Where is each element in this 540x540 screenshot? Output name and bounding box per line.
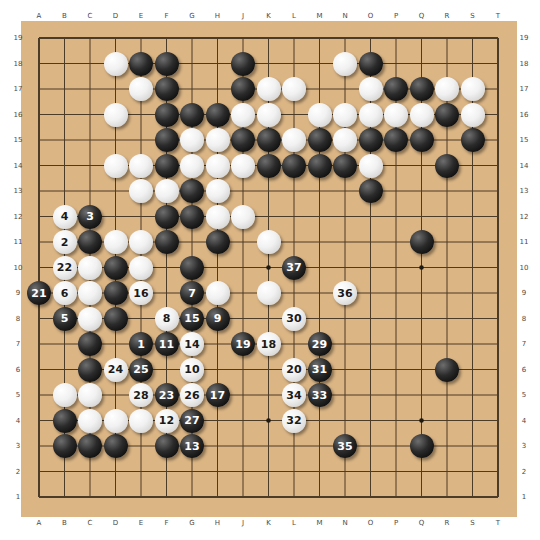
stone-black-P15[interactable] (384, 128, 408, 152)
stone-black-F7[interactable]: 11 (155, 332, 179, 356)
row-label-left-16: 16 (14, 111, 23, 119)
col-label-bottom-H: H (215, 519, 220, 527)
stone-white-H12[interactable] (206, 205, 230, 229)
stone-white-J16[interactable] (231, 103, 255, 127)
row-label-left-6: 6 (16, 366, 20, 374)
stone-black-C11[interactable] (78, 230, 102, 254)
stone-white-C5[interactable] (78, 383, 102, 407)
stone-white-L6[interactable]: 20 (282, 358, 306, 382)
col-label-bottom-F: F (164, 519, 168, 527)
stone-white-F4[interactable]: 12 (155, 409, 179, 433)
col-label-top-P: P (394, 12, 398, 20)
stone-black-F11[interactable] (155, 230, 179, 254)
stone-black-B8[interactable]: 5 (53, 307, 77, 331)
col-label-top-S: S (470, 12, 474, 20)
stone-black-G16[interactable] (180, 103, 204, 127)
stone-black-L10[interactable]: 37 (282, 256, 306, 280)
stone-white-E11[interactable] (129, 230, 153, 254)
row-label-left-4: 4 (16, 417, 20, 425)
row-label-left-13: 13 (14, 187, 23, 195)
stone-black-Q11[interactable] (410, 230, 434, 254)
stone-white-L15[interactable] (282, 128, 306, 152)
stone-white-S17[interactable] (461, 77, 485, 101)
stone-black-F18[interactable] (155, 52, 179, 76)
stone-black-R14[interactable] (435, 154, 459, 178)
stone-black-G10[interactable] (180, 256, 204, 280)
stone-white-H13[interactable] (206, 179, 230, 203)
col-label-top-O: O (368, 12, 374, 20)
row-label-right-6: 6 (522, 366, 526, 374)
row-label-right-15: 15 (520, 136, 529, 144)
stone-white-H15[interactable] (206, 128, 230, 152)
col-label-bottom-K: K (266, 519, 271, 527)
stone-black-C12[interactable]: 3 (78, 205, 102, 229)
stone-black-E6[interactable]: 25 (129, 358, 153, 382)
stone-white-P16[interactable] (384, 103, 408, 127)
stone-white-O14[interactable] (359, 154, 383, 178)
row-label-right-19: 19 (520, 34, 529, 42)
col-label-top-E: E (139, 12, 143, 20)
row-label-left-12: 12 (14, 213, 23, 221)
stone-black-R6[interactable] (435, 358, 459, 382)
stone-black-L14[interactable] (282, 154, 306, 178)
row-label-right-4: 4 (522, 417, 526, 425)
col-label-top-A: A (37, 12, 42, 20)
row-label-right-14: 14 (520, 162, 529, 170)
stone-white-E4[interactable] (129, 409, 153, 433)
col-label-bottom-L: L (292, 519, 296, 527)
stone-white-F8[interactable]: 8 (155, 307, 179, 331)
stone-black-C3[interactable] (78, 434, 102, 458)
col-label-bottom-A: A (37, 519, 42, 527)
stone-white-L8[interactable]: 30 (282, 307, 306, 331)
stone-black-P17[interactable] (384, 77, 408, 101)
col-label-bottom-Q: Q (419, 519, 425, 527)
stone-white-D6[interactable]: 24 (104, 358, 128, 382)
stone-black-G8[interactable]: 15 (180, 307, 204, 331)
stone-black-F5[interactable]: 23 (155, 383, 179, 407)
stone-black-B4[interactable] (53, 409, 77, 433)
stone-black-O13[interactable] (359, 179, 383, 203)
stone-white-H14[interactable] (206, 154, 230, 178)
stone-black-Q3[interactable] (410, 434, 434, 458)
stone-black-Q17[interactable] (410, 77, 434, 101)
stone-black-F15[interactable] (155, 128, 179, 152)
col-label-top-D: D (113, 12, 118, 20)
stone-white-D18[interactable] (104, 52, 128, 76)
stones-layer: 3372175159111192925312317332713354222616… (26, 25, 511, 510)
row-label-left-11: 11 (14, 238, 23, 246)
row-label-right-10: 10 (520, 264, 529, 272)
col-label-bottom-P: P (394, 519, 398, 527)
row-label-right-9: 9 (522, 289, 526, 297)
stone-black-M7[interactable]: 29 (308, 332, 332, 356)
col-label-bottom-B: B (62, 519, 67, 527)
row-label-left-17: 17 (14, 85, 23, 93)
stone-black-M6[interactable]: 31 (308, 358, 332, 382)
stone-white-L4[interactable]: 32 (282, 409, 306, 433)
stone-white-K9[interactable] (257, 281, 281, 305)
stone-black-D9[interactable] (104, 281, 128, 305)
col-label-top-T: T (496, 12, 500, 20)
row-label-right-12: 12 (520, 213, 529, 221)
stone-black-D3[interactable] (104, 434, 128, 458)
stone-white-C4[interactable] (78, 409, 102, 433)
col-label-top-M: M (316, 12, 322, 20)
col-label-top-L: L (292, 12, 296, 20)
stone-white-Q16[interactable] (410, 103, 434, 127)
stone-white-O16[interactable] (359, 103, 383, 127)
stone-black-M15[interactable] (308, 128, 332, 152)
stone-white-E14[interactable] (129, 154, 153, 178)
row-label-left-3: 3 (16, 442, 20, 450)
stone-black-C7[interactable] (78, 332, 102, 356)
row-label-right-3: 3 (522, 442, 526, 450)
stone-white-E5[interactable]: 28 (129, 383, 153, 407)
stone-black-A9[interactable]: 21 (27, 281, 51, 305)
row-label-right-11: 11 (520, 238, 529, 246)
stone-black-G12[interactable] (180, 205, 204, 229)
stone-black-N3[interactable]: 35 (333, 434, 357, 458)
stone-white-L5[interactable]: 34 (282, 383, 306, 407)
row-label-right-1: 1 (522, 493, 526, 501)
stone-black-J18[interactable] (231, 52, 255, 76)
stone-black-E7[interactable]: 1 (129, 332, 153, 356)
stone-black-E18[interactable] (129, 52, 153, 76)
stone-black-S15[interactable] (461, 128, 485, 152)
stone-black-O15[interactable] (359, 128, 383, 152)
stone-black-D10[interactable] (104, 256, 128, 280)
stone-white-K7[interactable]: 18 (257, 332, 281, 356)
row-label-left-15: 15 (14, 136, 23, 144)
row-label-left-2: 2 (16, 468, 20, 476)
stone-white-K17[interactable] (257, 77, 281, 101)
row-label-right-18: 18 (520, 60, 529, 68)
stone-white-B9[interactable]: 6 (53, 281, 77, 305)
stone-white-K11[interactable] (257, 230, 281, 254)
row-label-left-1: 1 (16, 493, 20, 501)
stone-black-F14[interactable] (155, 154, 179, 178)
col-label-top-N: N (342, 12, 347, 20)
row-label-right-2: 2 (522, 468, 526, 476)
stone-black-G9[interactable]: 7 (180, 281, 204, 305)
stone-white-O17[interactable] (359, 77, 383, 101)
stone-white-N16[interactable] (333, 103, 357, 127)
stone-black-F12[interactable] (155, 205, 179, 229)
stone-black-J7[interactable]: 19 (231, 332, 255, 356)
stone-black-H16[interactable] (206, 103, 230, 127)
stone-black-R16[interactable] (435, 103, 459, 127)
row-label-left-18: 18 (14, 60, 23, 68)
col-label-bottom-J: J (242, 519, 244, 527)
col-label-top-C: C (88, 12, 93, 20)
col-label-bottom-T: T (496, 519, 500, 527)
stone-black-C6[interactable] (78, 358, 102, 382)
col-label-bottom-G: G (189, 519, 194, 527)
stone-white-C8[interactable] (78, 307, 102, 331)
col-label-top-R: R (445, 12, 450, 20)
stone-white-E10[interactable] (129, 256, 153, 280)
col-label-bottom-O: O (368, 519, 374, 527)
stone-white-B10[interactable]: 22 (53, 256, 77, 280)
stone-black-J15[interactable] (231, 128, 255, 152)
stone-white-D14[interactable] (104, 154, 128, 178)
stone-white-N18[interactable] (333, 52, 357, 76)
row-label-right-8: 8 (522, 315, 526, 323)
stone-black-F16[interactable] (155, 103, 179, 127)
stone-black-G3[interactable]: 13 (180, 434, 204, 458)
stone-white-D4[interactable] (104, 409, 128, 433)
stone-black-D8[interactable] (104, 307, 128, 331)
stone-white-B11[interactable]: 2 (53, 230, 77, 254)
col-label-top-F: F (164, 12, 168, 20)
stone-black-G4[interactable]: 27 (180, 409, 204, 433)
col-label-bottom-E: E (139, 519, 143, 527)
stone-white-J12[interactable] (231, 205, 255, 229)
stone-black-F3[interactable] (155, 434, 179, 458)
col-label-top-G: G (189, 12, 194, 20)
go-board: 3372175159111192925312317332713354222616… (0, 0, 540, 540)
stone-white-J14[interactable] (231, 154, 255, 178)
stone-white-G5[interactable]: 26 (180, 383, 204, 407)
stone-black-B3[interactable] (53, 434, 77, 458)
col-label-top-Q: Q (419, 12, 425, 20)
stone-white-G6[interactable]: 10 (180, 358, 204, 382)
stone-white-E17[interactable] (129, 77, 153, 101)
row-label-right-5: 5 (522, 391, 526, 399)
stone-white-D11[interactable] (104, 230, 128, 254)
row-label-left-7: 7 (16, 340, 20, 348)
row-label-right-17: 17 (520, 85, 529, 93)
row-label-left-9: 9 (16, 289, 20, 297)
stone-white-N9[interactable]: 36 (333, 281, 357, 305)
stone-white-F13[interactable] (155, 179, 179, 203)
stone-black-J17[interactable] (231, 77, 255, 101)
col-label-bottom-C: C (88, 519, 93, 527)
stone-white-L17[interactable] (282, 77, 306, 101)
col-label-bottom-S: S (470, 519, 474, 527)
col-label-bottom-M: M (316, 519, 322, 527)
col-label-top-J: J (242, 12, 244, 20)
row-label-right-16: 16 (520, 111, 529, 119)
stone-black-O18[interactable] (359, 52, 383, 76)
stone-black-N14[interactable] (333, 154, 357, 178)
stone-black-H11[interactable] (206, 230, 230, 254)
stone-white-D16[interactable] (104, 103, 128, 127)
stone-white-S16[interactable] (461, 103, 485, 127)
stone-black-Q15[interactable] (410, 128, 434, 152)
col-label-bottom-D: D (113, 519, 118, 527)
stone-white-H9[interactable] (206, 281, 230, 305)
stone-white-G7[interactable]: 14 (180, 332, 204, 356)
row-label-right-13: 13 (520, 187, 529, 195)
col-label-bottom-N: N (342, 519, 347, 527)
stone-black-F17[interactable] (155, 77, 179, 101)
stone-black-K15[interactable] (257, 128, 281, 152)
col-label-top-B: B (62, 12, 67, 20)
stone-white-E9[interactable]: 16 (129, 281, 153, 305)
stone-white-K16[interactable] (257, 103, 281, 127)
stone-white-G15[interactable] (180, 128, 204, 152)
row-label-right-7: 7 (522, 340, 526, 348)
row-label-left-14: 14 (14, 162, 23, 170)
row-label-left-8: 8 (16, 315, 20, 323)
stone-white-G14[interactable] (180, 154, 204, 178)
col-label-top-K: K (266, 12, 271, 20)
col-label-bottom-R: R (445, 519, 450, 527)
col-label-top-H: H (215, 12, 220, 20)
stone-white-E13[interactable] (129, 179, 153, 203)
row-label-left-19: 19 (14, 34, 23, 42)
stone-white-R17[interactable] (435, 77, 459, 101)
stone-black-M14[interactable] (308, 154, 332, 178)
stone-black-H5[interactable]: 17 (206, 383, 230, 407)
row-label-left-10: 10 (14, 264, 23, 272)
row-label-left-5: 5 (16, 391, 20, 399)
stone-white-C10[interactable] (78, 256, 102, 280)
stone-white-B5[interactable] (53, 383, 77, 407)
stone-white-M16[interactable] (308, 103, 332, 127)
stone-black-G13[interactable] (180, 179, 204, 203)
stone-white-C9[interactable] (78, 281, 102, 305)
stone-white-B12[interactable]: 4 (53, 205, 77, 229)
stone-white-N15[interactable] (333, 128, 357, 152)
stone-black-H8[interactable]: 9 (206, 307, 230, 331)
stone-black-K14[interactable] (257, 154, 281, 178)
stone-black-M5[interactable]: 33 (308, 383, 332, 407)
